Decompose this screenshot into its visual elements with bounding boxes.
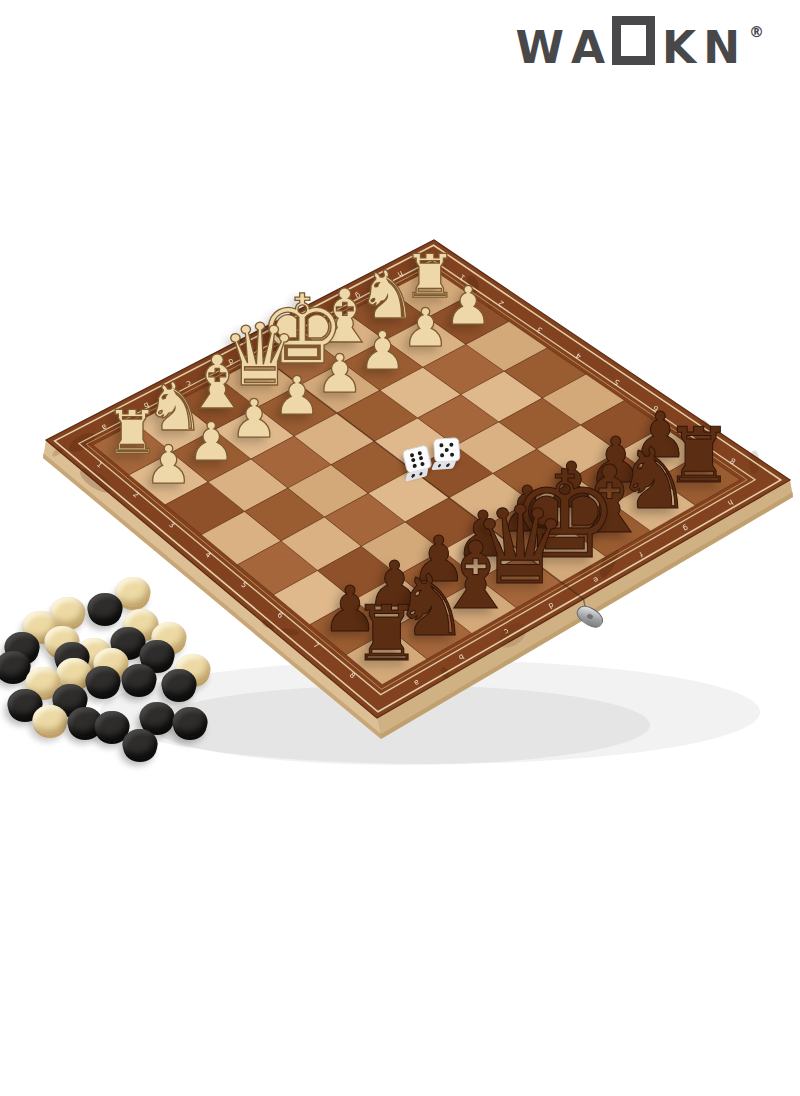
die-pip xyxy=(446,464,450,467)
brand-name: WAKN xyxy=(515,22,747,73)
die-pip xyxy=(438,464,442,467)
dark-checker-disc xyxy=(88,593,123,623)
die-pip xyxy=(450,452,454,456)
dark-checker-disc xyxy=(122,664,157,694)
die-pip xyxy=(411,458,416,463)
latch-knob xyxy=(585,611,594,620)
die-pip xyxy=(418,450,423,455)
die-pip xyxy=(450,443,454,447)
die-pip xyxy=(409,452,414,457)
die-2-showing-5 xyxy=(433,437,461,470)
die-pip xyxy=(412,463,417,468)
chess-board: 1122334455667788aabbccddeeffgghh xyxy=(0,0,800,1096)
dark-checker-disc xyxy=(173,707,208,737)
light-checker-disc xyxy=(33,705,68,735)
die-pip xyxy=(411,474,414,477)
brand-logo: WAKN® xyxy=(515,16,764,70)
die-top-face xyxy=(433,437,461,463)
registered-mark: ® xyxy=(749,23,764,41)
die-pip xyxy=(439,443,443,447)
dark-checker-disc xyxy=(123,729,158,759)
die-pip xyxy=(419,456,424,461)
product-photo: WAKN® 1122334455667788aabbccddeeffgghh ♜… xyxy=(0,0,800,1096)
dark-checker-disc xyxy=(162,669,197,699)
die-pip xyxy=(445,448,449,452)
dark-checker-disc xyxy=(86,666,121,696)
square-o-letter xyxy=(612,16,655,65)
dark-checker-disc xyxy=(140,702,175,732)
die-pip xyxy=(419,472,422,475)
die-pip xyxy=(420,461,425,466)
die-pip xyxy=(440,453,444,457)
